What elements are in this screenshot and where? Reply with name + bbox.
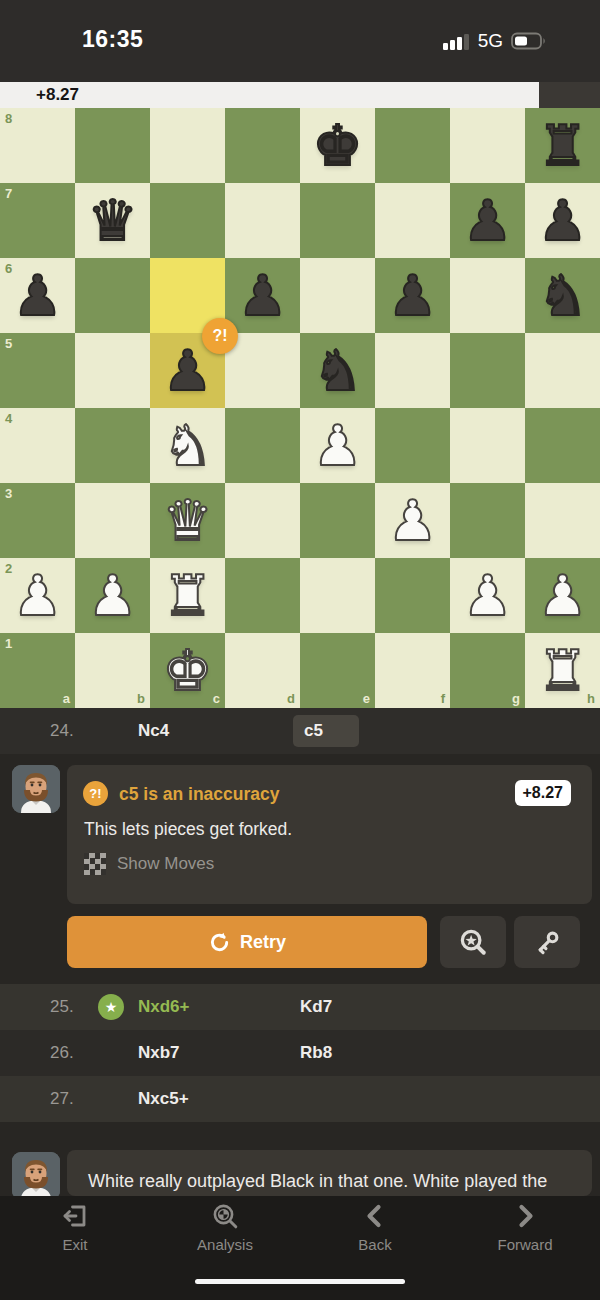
game-review-button[interactable] [440, 916, 506, 968]
square-e4[interactable]: ♟ [300, 408, 375, 483]
line-row-25: 25. ★ Nxd6+ Kd7 [0, 984, 600, 1030]
best-move-star-icon: ★ [98, 994, 124, 1020]
coach-card: ?! c5 is an inaccuracy +8.27 This lets p… [67, 765, 592, 904]
eval-score: +8.27 [36, 85, 79, 105]
key-moment-button[interactable] [514, 916, 580, 968]
rank-label-3: 3 [5, 486, 12, 501]
line-move-black[interactable]: Rb8 [300, 1030, 332, 1076]
square-g2[interactable]: ♟ [450, 558, 525, 633]
nav-analysis[interactable]: Analysis [170, 1202, 280, 1253]
piece-bQ-b7: ♛ [75, 183, 150, 258]
eval-bar: +8.27 [0, 82, 600, 108]
rank-label-6: 6 [5, 261, 12, 276]
square-c8[interactable] [150, 108, 225, 183]
piece-bP-d6: ♟ [225, 258, 300, 333]
square-g4[interactable] [450, 408, 525, 483]
coach-avatar [12, 765, 60, 813]
square-d5[interactable] [225, 333, 300, 408]
status-bar: 16:35 5G [0, 0, 600, 82]
square-f1[interactable]: f [375, 633, 450, 708]
square-h5[interactable] [525, 333, 600, 408]
line-move-white[interactable]: Nxc5+ [138, 1076, 189, 1122]
file-label-c: c [213, 691, 220, 706]
square-a5[interactable]: 5 [0, 333, 75, 408]
file-label-f: f [441, 691, 445, 706]
move-classification-badge: ?! [202, 318, 238, 354]
piece-wP-e4: ♟ [300, 408, 375, 483]
square-h8[interactable]: ♜ [525, 108, 600, 183]
square-e6[interactable] [300, 258, 375, 333]
square-c2[interactable]: ♜ [150, 558, 225, 633]
piece-bN-e5: ♞ [300, 333, 375, 408]
badge-label: ?! [212, 327, 227, 345]
square-a2[interactable]: 2♟ [0, 558, 75, 633]
square-d3[interactable] [225, 483, 300, 558]
square-e7[interactable] [300, 183, 375, 258]
square-e2[interactable] [300, 558, 375, 633]
square-b4[interactable] [75, 408, 150, 483]
retry-button[interactable]: Retry [67, 916, 427, 968]
retry-label: Retry [240, 932, 286, 953]
square-c4[interactable]: ♞ [150, 408, 225, 483]
square-h3[interactable] [525, 483, 600, 558]
rank-label-7: 7 [5, 186, 12, 201]
square-b1[interactable]: b [75, 633, 150, 708]
square-h4[interactable] [525, 408, 600, 483]
file-label-b: b [137, 691, 145, 706]
show-moves-button[interactable]: Show Moves [84, 853, 214, 875]
analysis-magnifier-icon [211, 1202, 239, 1230]
square-b2[interactable]: ♟ [75, 558, 150, 633]
nav-exit-label: Exit [62, 1236, 87, 1253]
piece-wQ-c3: ♛ [150, 483, 225, 558]
nav-back-label: Back [358, 1236, 391, 1253]
square-e8[interactable]: ♚ [300, 108, 375, 183]
square-a6[interactable]: 6♟ [0, 258, 75, 333]
coach-title: c5 is an inaccuracy [119, 784, 280, 805]
file-label-g: g [512, 691, 520, 706]
signal-icon [443, 31, 470, 51]
square-b6[interactable] [75, 258, 150, 333]
square-a4[interactable]: 4 [0, 408, 75, 483]
move-black-selected[interactable]: c5 [293, 715, 359, 747]
square-c3[interactable]: ♛ [150, 483, 225, 558]
square-d2[interactable] [225, 558, 300, 633]
square-a3[interactable]: 3 [0, 483, 75, 558]
square-f2[interactable] [375, 558, 450, 633]
square-b3[interactable] [75, 483, 150, 558]
coach-avatar-bottom [12, 1152, 60, 1200]
status-right-cluster: 5G [443, 30, 548, 52]
line-number: 25. [50, 984, 74, 1030]
square-a1[interactable]: 1a [0, 633, 75, 708]
piece-bR-h8: ♜ [525, 108, 600, 183]
inaccuracy-icon-label: ?! [89, 786, 101, 801]
bottom-nav: Exit Analysis Back Forward [0, 1196, 600, 1300]
file-label-d: d [287, 691, 295, 706]
piece-bK-e8: ♚ [300, 108, 375, 183]
piece-bP-h7: ♟ [525, 183, 600, 258]
network-label: 5G [478, 30, 503, 52]
piece-wP-b2: ♟ [75, 558, 150, 633]
square-h2[interactable]: ♟ [525, 558, 600, 633]
line-move-white[interactable]: Nxd6+ [138, 984, 190, 1030]
rank-label-8: 8 [5, 111, 12, 126]
status-time: 16:35 [82, 26, 143, 53]
square-f5[interactable] [375, 333, 450, 408]
move-white[interactable]: Nc4 [138, 708, 169, 754]
square-h6[interactable]: ♞ [525, 258, 600, 333]
piece-bP-f6: ♟ [375, 258, 450, 333]
rank-label-4: 4 [5, 411, 12, 426]
square-d7[interactable] [225, 183, 300, 258]
eval-badge: +8.27 [515, 780, 571, 806]
show-moves-label: Show Moves [117, 854, 214, 874]
rank-label-2: 2 [5, 561, 12, 576]
line-move-black[interactable]: Kd7 [300, 984, 332, 1030]
rank-label-1: 1 [5, 636, 12, 651]
square-a8[interactable]: 8 [0, 108, 75, 183]
square-d8[interactable] [225, 108, 300, 183]
square-f7[interactable] [375, 183, 450, 258]
square-g6[interactable] [450, 258, 525, 333]
battery-icon [511, 32, 548, 50]
piece-bP-g7: ♟ [450, 183, 525, 258]
piece-wP-h2: ♟ [525, 558, 600, 633]
piece-wP-g2: ♟ [450, 558, 525, 633]
square-d1[interactable]: d [225, 633, 300, 708]
square-g8[interactable] [450, 108, 525, 183]
coach-comment: This lets pieces get forked. [84, 819, 292, 840]
nav-forward[interactable]: Forward [470, 1202, 580, 1253]
square-h1[interactable]: h♜ [525, 633, 600, 708]
square-c1[interactable]: c♚ [150, 633, 225, 708]
current-move-row: 24. Nc4 c5 [0, 708, 600, 754]
square-f6[interactable]: ♟ [375, 258, 450, 333]
square-g1[interactable]: g [450, 633, 525, 708]
line-number: 26. [50, 1030, 74, 1076]
key-icon [534, 929, 561, 956]
home-indicator [195, 1279, 405, 1284]
retry-refresh-icon [208, 931, 231, 954]
square-b5[interactable] [75, 333, 150, 408]
square-h7[interactable]: ♟ [525, 183, 600, 258]
exit-icon [61, 1202, 89, 1230]
magnifier-star-icon [458, 927, 488, 957]
nav-analysis-label: Analysis [197, 1236, 253, 1253]
move-black-label: c5 [304, 715, 359, 747]
chevron-right-icon [511, 1202, 539, 1230]
square-g3[interactable] [450, 483, 525, 558]
line-number: 27. [50, 1076, 74, 1122]
square-d6[interactable]: ♟ [225, 258, 300, 333]
square-e1[interactable]: e [300, 633, 375, 708]
mini-board-icon [84, 853, 106, 875]
summary-card: White really outplayed Black in that one… [67, 1150, 592, 1196]
file-label-a: a [63, 691, 70, 706]
square-g5[interactable] [450, 333, 525, 408]
square-d4[interactable] [225, 408, 300, 483]
move-number: 24. [50, 708, 74, 754]
square-f3[interactable]: ♟ [375, 483, 450, 558]
inaccuracy-icon: ?! [83, 781, 108, 806]
square-c7[interactable] [150, 183, 225, 258]
rank-label-5: 5 [5, 336, 12, 351]
square-a7[interactable]: 7 [0, 183, 75, 258]
piece-bN-h6: ♞ [525, 258, 600, 333]
nav-forward-label: Forward [497, 1236, 552, 1253]
chess-board: ?! 8♚♜7♛♟♟6♟♟♟♞5♟♞4♞♟3♛♟2♟♟♜♟♟1abc♚defgh… [0, 108, 600, 708]
chevron-left-icon [361, 1202, 389, 1230]
app-screen: 16:35 5G +8.27 ?! 8♚♜7♛♟♟6♟♟♟♞5♟♞4♞♟3♛♟ [0, 0, 600, 1300]
nav-back[interactable]: Back [320, 1202, 430, 1253]
square-f8[interactable] [375, 108, 450, 183]
square-e5[interactable]: ♞ [300, 333, 375, 408]
square-b8[interactable] [75, 108, 150, 183]
eval-bar-white: +8.27 [0, 82, 539, 108]
square-e3[interactable] [300, 483, 375, 558]
nav-exit[interactable]: Exit [20, 1202, 130, 1253]
line-move-white[interactable]: Nxb7 [138, 1030, 180, 1076]
piece-wP-f3: ♟ [375, 483, 450, 558]
square-g7[interactable]: ♟ [450, 183, 525, 258]
line-row-27: 27. Nxc5+ [0, 1076, 600, 1122]
file-label-e: e [363, 691, 370, 706]
piece-wN-c4: ♞ [150, 408, 225, 483]
file-label-h: h [587, 691, 595, 706]
piece-wR-c2: ♜ [150, 558, 225, 633]
line-row-26: 26. Nxb7 Rb8 [0, 1030, 600, 1076]
square-f4[interactable] [375, 408, 450, 483]
summary-text: White really outplayed Black in that one… [88, 1171, 588, 1192]
square-b7[interactable]: ♛ [75, 183, 150, 258]
